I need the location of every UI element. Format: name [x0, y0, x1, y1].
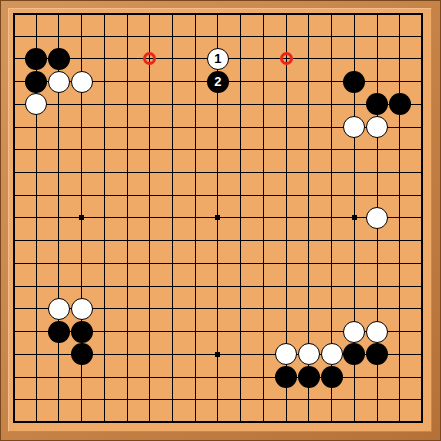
star-point [79, 215, 84, 220]
black-stone-numbered: 2 [207, 71, 229, 93]
black-stone [275, 366, 297, 388]
star-point [215, 352, 220, 357]
white-stone [366, 321, 388, 343]
black-stone [71, 343, 93, 365]
black-stone [343, 343, 365, 365]
star-point [215, 215, 220, 220]
white-stone [48, 298, 70, 320]
star-point [352, 215, 357, 220]
black-stone [366, 343, 388, 365]
white-stone [321, 343, 343, 365]
black-stone [48, 48, 70, 70]
white-stone [343, 116, 365, 138]
white-stone [71, 71, 93, 93]
black-stone [71, 321, 93, 343]
white-stone [366, 116, 388, 138]
white-stone [25, 93, 47, 115]
white-stone [298, 343, 320, 365]
black-stone [343, 71, 365, 93]
go-board: 12 [0, 0, 441, 441]
red-circle-marker [280, 52, 293, 65]
black-stone [25, 48, 47, 70]
white-stone [48, 71, 70, 93]
white-stone [275, 343, 297, 365]
black-stone [298, 366, 320, 388]
white-stone-numbered: 1 [207, 48, 229, 70]
red-circle-marker [143, 52, 156, 65]
black-stone [389, 93, 411, 115]
black-stone [366, 93, 388, 115]
white-stone [366, 207, 388, 229]
black-stone [321, 366, 343, 388]
black-stone [48, 321, 70, 343]
board-grid: 12 [2, 2, 434, 434]
white-stone [343, 321, 365, 343]
black-stone [25, 71, 47, 93]
white-stone [71, 298, 93, 320]
